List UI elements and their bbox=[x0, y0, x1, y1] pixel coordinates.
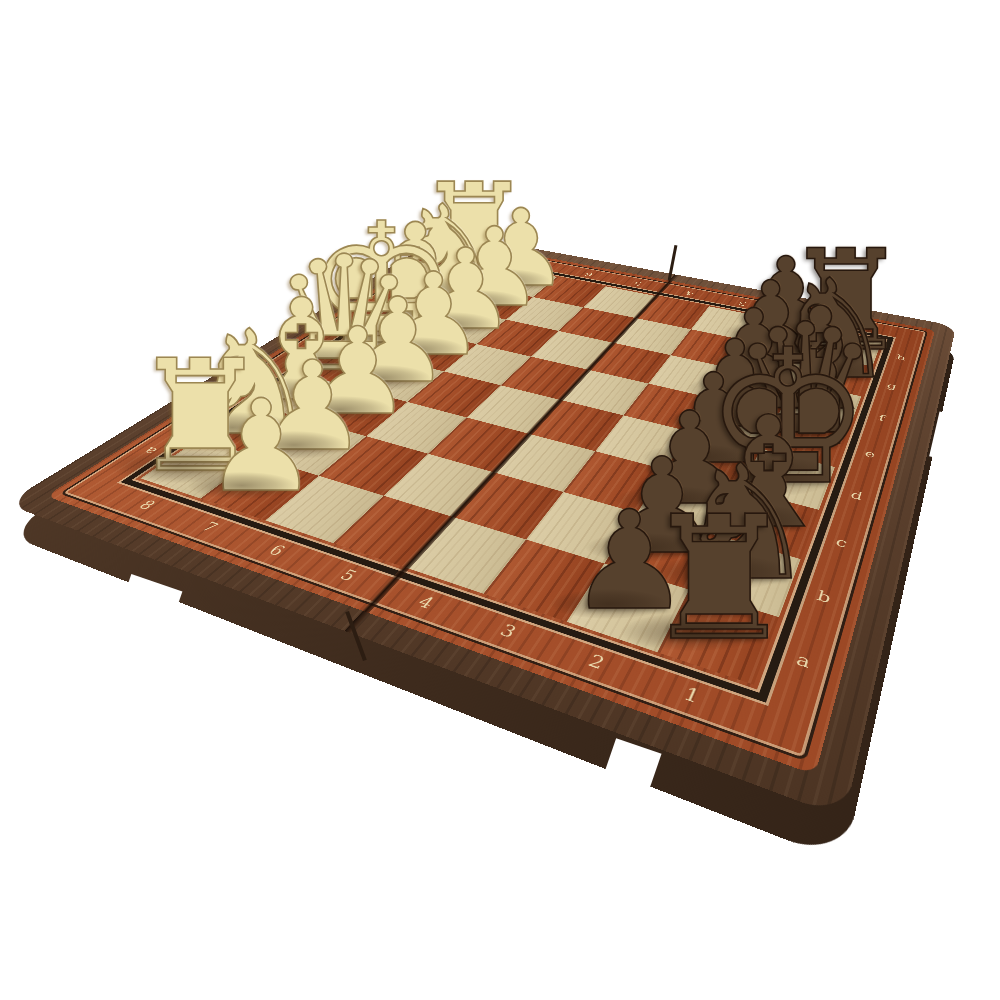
product-photo-scene: aa88bb77cc66dd55ee44ff33gg22hh11 ♜♞♝♛♚♝♞… bbox=[0, 0, 1000, 1000]
